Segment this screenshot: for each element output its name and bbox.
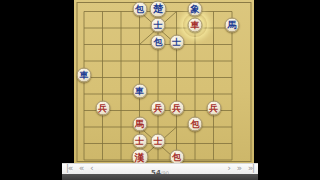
nav-forward-group: › » »| [227,165,254,173]
last-move-button[interactable]: »| [248,165,254,173]
piece-cho-cannon-r0c3: 包 [132,1,147,16]
piece-han-cannon-r7c6: 包 [188,117,203,132]
piece-han-advisor-r8c4: 士 [151,133,166,148]
piece-han-soldier-r6c4: 兵 [151,100,166,115]
piece-han-advisor-r8c3: 士 [132,133,147,148]
rewind-button[interactable]: « [79,165,83,173]
bottom-bar [62,174,258,180]
piece-han-soldier-r6c5: 兵 [169,100,184,115]
piece-cho-chariot-r5c3: 車 [132,84,147,99]
piece-han-soldier-r6c7: 兵 [206,100,221,115]
piece-han-horse-r7c3: 馬 [132,117,147,132]
fast-forward-button[interactable]: » [237,165,241,173]
first-move-button[interactable]: |« [66,165,72,173]
piece-han-soldier-r6c1: 兵 [95,100,110,115]
piece-han-chariot-r1c6: 車 [188,18,203,33]
janggi-board: 包楚象士車馬包士車車兵兵兵兵馬包士士漢包 [74,0,254,163]
piece-cho-chariot-r4c0: 車 [77,67,92,82]
previous-move-button[interactable]: ‹ [90,165,92,173]
playback-controls: |« « ‹ 54/90 › » »| [62,163,258,174]
piece-cho-general-r0c4: 楚 [150,0,167,17]
piece-cho-elephant-r0c6: 象 [188,1,203,16]
piece-cho-advisor-r2c5: 士 [169,34,184,49]
piece-cho-horse-r1c8: 馬 [225,18,240,33]
app-frame: 包楚象士車馬包士車車兵兵兵兵馬包士士漢包 |« « ‹ 54/90 › » »| [0,0,320,180]
next-move-button[interactable]: › [227,165,229,173]
nav-back-group: |« « ‹ [66,165,93,173]
piece-cho-advisor-r1c4: 士 [151,18,166,33]
piece-cho-cannon-r2c4: 包 [151,34,166,49]
